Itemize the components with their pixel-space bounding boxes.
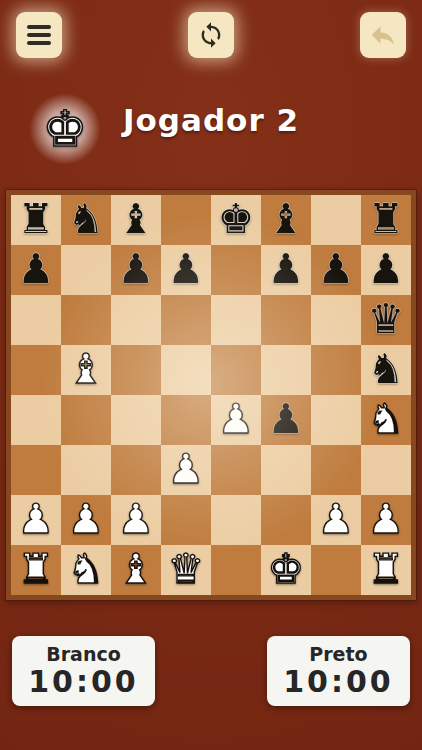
white-rook[interactable]: ♜ [368,549,405,590]
white-pawn[interactable]: ♟ [18,499,55,540]
square-g1[interactable] [311,545,361,595]
square-f2[interactable] [261,495,311,545]
square-b7[interactable] [61,245,111,295]
white-clock-time: 10:00 [28,665,139,698]
black-clock: Preto 10:00 [267,636,410,706]
square-f7[interactable]: ♟ [261,245,311,295]
white-pawn[interactable]: ♟ [68,499,105,540]
square-e5[interactable] [211,345,261,395]
menu-button[interactable] [16,12,62,58]
square-g8[interactable] [311,195,361,245]
square-c3[interactable] [111,445,161,495]
white-pawn[interactable]: ♟ [368,499,405,540]
white-pawn[interactable]: ♟ [318,499,355,540]
square-h5[interactable]: ♞ [361,345,411,395]
square-d8[interactable] [161,195,211,245]
square-d7[interactable]: ♟ [161,245,211,295]
black-bishop[interactable]: ♝ [268,199,305,240]
square-b5[interactable]: ♝ [61,345,111,395]
player-title: Jogador 2 [0,102,422,138]
white-bishop[interactable]: ♝ [68,349,105,390]
undo-button[interactable] [360,12,406,58]
square-f3[interactable] [261,445,311,495]
white-king[interactable]: ♚ [268,549,305,590]
square-b6[interactable] [61,295,111,345]
black-pawn[interactable]: ♟ [368,249,405,290]
black-pawn[interactable]: ♟ [118,249,155,290]
square-d6[interactable] [161,295,211,345]
square-h1[interactable]: ♜ [361,545,411,595]
square-d5[interactable] [161,345,211,395]
refresh-button[interactable] [188,12,234,58]
white-pawn[interactable]: ♟ [118,499,155,540]
square-c1[interactable]: ♝ [111,545,161,595]
black-queen[interactable]: ♛ [368,299,405,340]
black-clock-time: 10:00 [283,665,394,698]
square-f4[interactable]: ♟ [261,395,311,445]
turn-banner: ♚ Jogador 2 [0,88,422,174]
square-e2[interactable] [211,495,261,545]
white-bishop[interactable]: ♝ [118,549,155,590]
square-b8[interactable]: ♞ [61,195,111,245]
black-pawn[interactable]: ♟ [318,249,355,290]
black-pawn[interactable]: ♟ [268,249,305,290]
black-rook[interactable]: ♜ [18,199,55,240]
square-d3[interactable]: ♟ [161,445,211,495]
white-knight[interactable]: ♞ [68,549,105,590]
square-a1[interactable]: ♜ [11,545,61,595]
square-b3[interactable] [61,445,111,495]
square-h7[interactable]: ♟ [361,245,411,295]
undo-icon [368,20,398,50]
black-rook[interactable]: ♜ [368,199,405,240]
square-c4[interactable] [111,395,161,445]
black-pawn[interactable]: ♟ [18,249,55,290]
square-a4[interactable] [11,395,61,445]
square-g4[interactable] [311,395,361,445]
square-c8[interactable]: ♝ [111,195,161,245]
square-c2[interactable]: ♟ [111,495,161,545]
square-d1[interactable]: ♛ [161,545,211,595]
square-f1[interactable]: ♚ [261,545,311,595]
square-a7[interactable]: ♟ [11,245,61,295]
white-clock-label: Branco [46,644,121,666]
square-d2[interactable] [161,495,211,545]
chess-board: ♜♞♝♚♝♜♟♟♟♟♟♟♛♝♞♟♟♞♟♟♟♟♟♟♜♞♝♛♚♜ [6,190,416,600]
square-e6[interactable] [211,295,261,345]
square-c7[interactable]: ♟ [111,245,161,295]
square-e4[interactable]: ♟ [211,395,261,445]
square-c5[interactable] [111,345,161,395]
square-g2[interactable]: ♟ [311,495,361,545]
square-e3[interactable] [211,445,261,495]
square-d4[interactable] [161,395,211,445]
square-a8[interactable]: ♜ [11,195,61,245]
black-pawn[interactable]: ♟ [168,249,205,290]
refresh-icon [197,21,225,49]
white-clock: Branco 10:00 [12,636,155,706]
square-h2[interactable]: ♟ [361,495,411,545]
square-a6[interactable] [11,295,61,345]
white-queen[interactable]: ♛ [168,549,205,590]
square-f8[interactable]: ♝ [261,195,311,245]
white-knight[interactable]: ♞ [368,399,405,440]
square-e1[interactable] [211,545,261,595]
square-h3[interactable] [361,445,411,495]
square-a2[interactable]: ♟ [11,495,61,545]
square-b1[interactable]: ♞ [61,545,111,595]
square-b4[interactable] [61,395,111,445]
square-g3[interactable] [311,445,361,495]
square-a3[interactable] [11,445,61,495]
square-c6[interactable] [111,295,161,345]
square-g7[interactable]: ♟ [311,245,361,295]
white-pawn[interactable]: ♟ [168,449,205,490]
square-h8[interactable]: ♜ [361,195,411,245]
square-f6[interactable] [261,295,311,345]
square-g6[interactable] [311,295,361,345]
square-e7[interactable] [211,245,261,295]
white-pawn[interactable]: ♟ [218,399,255,440]
square-f5[interactable] [261,345,311,395]
black-clock-label: Preto [309,644,367,666]
black-knight[interactable]: ♞ [368,349,405,390]
square-a5[interactable] [11,345,61,395]
square-g5[interactable] [311,345,361,395]
white-rook[interactable]: ♜ [18,549,55,590]
black-pawn[interactable]: ♟ [268,399,305,440]
square-h6[interactable]: ♛ [361,295,411,345]
black-king[interactable]: ♚ [218,199,255,240]
square-e8[interactable]: ♚ [211,195,261,245]
square-h4[interactable]: ♞ [361,395,411,445]
menu-icon [27,25,51,45]
square-b2[interactable]: ♟ [61,495,111,545]
black-bishop[interactable]: ♝ [118,199,155,240]
black-knight[interactable]: ♞ [68,199,105,240]
